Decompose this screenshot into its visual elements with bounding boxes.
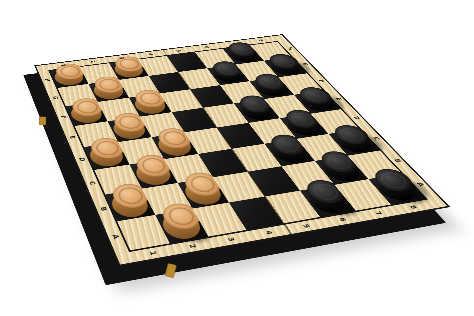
brass-hinge-lower [165,263,177,278]
brass-hinge-upper [39,117,46,125]
product-photo-scene: HGFEDCBA HGFEDCBA 12345678 12345678 [0,0,474,316]
checkers-board: HGFEDCBA HGFEDCBA 12345678 12345678 [36,35,448,264]
